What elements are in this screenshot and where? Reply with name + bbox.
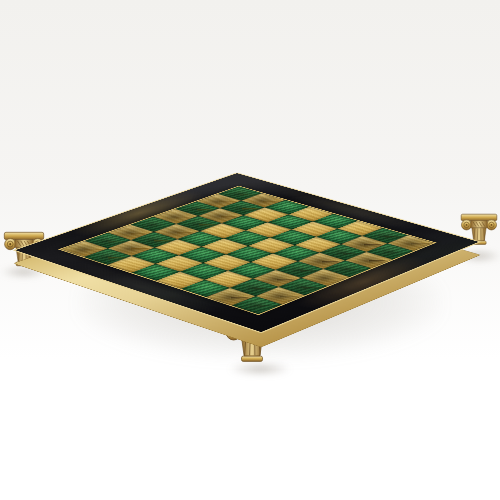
product-photo: ♜♟♟♜♞♟♟♞♝♟♟♝♛♟♟♛♚♟♟♚♝♟♟♝♞♟♟♞♜♟♟♜ <box>0 0 500 500</box>
scene: ♜♟♟♜♞♟♟♞♝♟♟♝♛♟♟♛♚♟♟♚♝♟♟♝♞♟♟♞♜♟♟♜ <box>0 0 500 500</box>
gold-pawn: ♟ <box>59 213 156 262</box>
square-h8: ♜ <box>232 296 282 314</box>
bronze-rook: ♜ <box>206 243 308 312</box>
board-black-border: ♜♟♟♜♞♟♟♞♝♟♟♝♛♟♟♛♚♟♟♚♝♟♟♝♞♟♟♞♜♟♟♜ <box>13 172 482 333</box>
chessboard: ♜♟♟♜♞♟♟♞♝♟♟♝♛♟♟♛♚♟♟♚♝♟♟♝♞♟♟♞♜♟♟♜ <box>13 172 482 333</box>
